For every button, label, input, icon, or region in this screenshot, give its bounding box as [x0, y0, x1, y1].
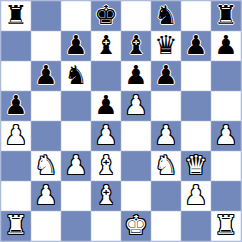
- square-c1[interactable]: [61, 211, 91, 241]
- square-g4[interactable]: [181, 121, 211, 151]
- square-g8[interactable]: [181, 1, 211, 31]
- square-c3[interactable]: ♟: [61, 151, 91, 181]
- square-f5[interactable]: [151, 91, 181, 121]
- square-c4[interactable]: [61, 121, 91, 151]
- piece-white-rook[interactable]: ♜: [4, 212, 27, 238]
- square-a6[interactable]: [1, 61, 31, 91]
- square-e5[interactable]: ♟: [121, 91, 151, 121]
- square-b7[interactable]: [31, 31, 61, 61]
- square-h2[interactable]: [211, 181, 241, 211]
- square-e1[interactable]: ♚: [121, 211, 151, 241]
- piece-white-pawn[interactable]: ♟: [4, 122, 27, 148]
- piece-white-pawn[interactable]: ♟: [94, 122, 117, 148]
- piece-black-queen[interactable]: ♛: [154, 32, 177, 58]
- square-d3[interactable]: ♝: [91, 151, 121, 181]
- piece-white-king[interactable]: ♚: [124, 212, 147, 238]
- square-e2[interactable]: [121, 181, 151, 211]
- piece-white-pawn[interactable]: ♟: [184, 182, 207, 208]
- piece-black-rook[interactable]: ♜: [4, 2, 27, 28]
- square-d2[interactable]: ♝: [91, 181, 121, 211]
- square-e8[interactable]: [121, 1, 151, 31]
- square-a3[interactable]: [1, 151, 31, 181]
- square-h3[interactable]: [211, 151, 241, 181]
- piece-black-pawn[interactable]: ♟: [4, 92, 27, 118]
- square-b3[interactable]: ♞: [31, 151, 61, 181]
- piece-black-pawn[interactable]: ♟: [94, 92, 117, 118]
- square-c6[interactable]: ♞: [61, 61, 91, 91]
- square-e7[interactable]: ♝: [121, 31, 151, 61]
- piece-white-bishop[interactable]: ♝: [94, 182, 117, 208]
- square-f1[interactable]: [151, 211, 181, 241]
- square-b1[interactable]: [31, 211, 61, 241]
- piece-black-pawn[interactable]: ♟: [184, 32, 207, 58]
- square-f4[interactable]: ♟: [151, 121, 181, 151]
- piece-black-pawn[interactable]: ♟: [34, 62, 57, 88]
- piece-black-pawn[interactable]: ♟: [64, 32, 87, 58]
- piece-black-pawn[interactable]: ♟: [154, 62, 177, 88]
- square-c7[interactable]: ♟: [61, 31, 91, 61]
- square-d5[interactable]: ♟: [91, 91, 121, 121]
- square-a7[interactable]: [1, 31, 31, 61]
- square-h6[interactable]: [211, 61, 241, 91]
- square-d7[interactable]: ♝: [91, 31, 121, 61]
- square-f3[interactable]: ♞: [151, 151, 181, 181]
- piece-white-rook[interactable]: ♜: [214, 212, 237, 238]
- square-g1[interactable]: [181, 211, 211, 241]
- square-b4[interactable]: [31, 121, 61, 151]
- square-f8[interactable]: ♞: [151, 1, 181, 31]
- square-d4[interactable]: ♟: [91, 121, 121, 151]
- square-h1[interactable]: ♜: [211, 211, 241, 241]
- piece-black-pawn[interactable]: ♟: [124, 62, 147, 88]
- square-b6[interactable]: ♟: [31, 61, 61, 91]
- piece-white-knight[interactable]: ♞: [34, 152, 57, 178]
- square-b2[interactable]: ♟: [31, 181, 61, 211]
- square-g3[interactable]: ♛: [181, 151, 211, 181]
- square-e3[interactable]: [121, 151, 151, 181]
- square-d8[interactable]: ♚: [91, 1, 121, 31]
- square-c8[interactable]: [61, 1, 91, 31]
- piece-black-pawn[interactable]: ♟: [214, 32, 237, 58]
- piece-white-queen[interactable]: ♛: [184, 152, 207, 178]
- square-e6[interactable]: ♟: [121, 61, 151, 91]
- piece-black-knight[interactable]: ♞: [154, 2, 177, 28]
- piece-black-bishop[interactable]: ♝: [94, 32, 117, 58]
- square-g2[interactable]: ♟: [181, 181, 211, 211]
- square-b8[interactable]: [31, 1, 61, 31]
- square-a2[interactable]: [1, 181, 31, 211]
- square-b5[interactable]: [31, 91, 61, 121]
- square-f6[interactable]: ♟: [151, 61, 181, 91]
- piece-white-bishop[interactable]: ♝: [94, 152, 117, 178]
- chess-board: ♜♚♞♜♟♝♝♛♟♟♟♞♟♟♟♟♟♟♟♟♟♞♟♝♞♛♟♝♟♜♚♜: [0, 0, 242, 242]
- piece-black-king[interactable]: ♚: [94, 2, 117, 28]
- square-h8[interactable]: ♜: [211, 1, 241, 31]
- square-f7[interactable]: ♛: [151, 31, 181, 61]
- square-g6[interactable]: [181, 61, 211, 91]
- piece-white-pawn[interactable]: ♟: [64, 152, 87, 178]
- piece-white-pawn[interactable]: ♟: [214, 122, 237, 148]
- square-a1[interactable]: ♜: [1, 211, 31, 241]
- square-a4[interactable]: ♟: [1, 121, 31, 151]
- square-g7[interactable]: ♟: [181, 31, 211, 61]
- piece-white-pawn[interactable]: ♟: [154, 122, 177, 148]
- square-e4[interactable]: [121, 121, 151, 151]
- piece-white-knight[interactable]: ♞: [154, 152, 177, 178]
- square-h4[interactable]: ♟: [211, 121, 241, 151]
- piece-black-bishop[interactable]: ♝: [124, 32, 147, 58]
- square-h5[interactable]: [211, 91, 241, 121]
- piece-black-rook[interactable]: ♜: [214, 2, 237, 28]
- square-a5[interactable]: ♟: [1, 91, 31, 121]
- square-c5[interactable]: [61, 91, 91, 121]
- square-g5[interactable]: [181, 91, 211, 121]
- piece-black-knight[interactable]: ♞: [64, 62, 87, 88]
- piece-white-pawn[interactable]: ♟: [34, 182, 57, 208]
- square-d1[interactable]: [91, 211, 121, 241]
- square-h7[interactable]: ♟: [211, 31, 241, 61]
- square-f2[interactable]: [151, 181, 181, 211]
- square-d6[interactable]: [91, 61, 121, 91]
- square-c2[interactable]: [61, 181, 91, 211]
- square-a8[interactable]: ♜: [1, 1, 31, 31]
- piece-white-pawn[interactable]: ♟: [124, 92, 147, 118]
